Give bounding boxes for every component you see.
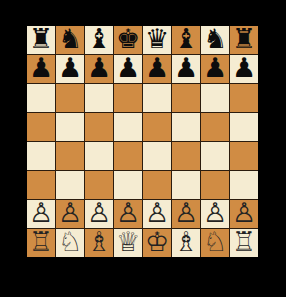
square-e2[interactable]: ♙ [143, 200, 171, 228]
piece-white-pawn[interactable]: ♙ [145, 200, 169, 227]
square-f2[interactable]: ♙ [172, 200, 200, 228]
piece-white-rook[interactable]: ♖ [232, 229, 256, 256]
piece-white-queen[interactable]: ♕ [116, 229, 140, 256]
piece-black-queen[interactable]: ♛ [145, 26, 169, 53]
square-b7[interactable]: ♟ [56, 55, 84, 83]
square-d1[interactable]: ♕ [114, 229, 142, 257]
piece-black-bishop[interactable]: ♝ [174, 26, 198, 53]
square-g5[interactable] [201, 113, 229, 141]
piece-white-bishop[interactable]: ♗ [174, 229, 198, 256]
square-c7[interactable]: ♟ [85, 55, 113, 83]
square-b4[interactable] [56, 142, 84, 170]
piece-black-pawn[interactable]: ♟ [116, 55, 140, 82]
piece-black-pawn[interactable]: ♟ [58, 55, 82, 82]
square-d7[interactable]: ♟ [114, 55, 142, 83]
piece-black-pawn[interactable]: ♟ [29, 55, 53, 82]
piece-black-pawn[interactable]: ♟ [174, 55, 198, 82]
piece-black-pawn[interactable]: ♟ [87, 55, 111, 82]
square-e1[interactable]: ♔ [143, 229, 171, 257]
square-f4[interactable] [172, 142, 200, 170]
piece-white-pawn[interactable]: ♙ [87, 200, 111, 227]
square-e3[interactable] [143, 171, 171, 199]
piece-white-pawn[interactable]: ♙ [29, 200, 53, 227]
piece-black-knight[interactable]: ♞ [58, 26, 82, 53]
square-a7[interactable]: ♟ [27, 55, 55, 83]
square-g2[interactable]: ♙ [201, 200, 229, 228]
piece-black-bishop[interactable]: ♝ [87, 26, 111, 53]
piece-white-pawn[interactable]: ♙ [203, 200, 227, 227]
piece-white-knight[interactable]: ♘ [203, 229, 227, 256]
square-a5[interactable] [27, 113, 55, 141]
square-b6[interactable] [56, 84, 84, 112]
square-h5[interactable] [230, 113, 258, 141]
square-a8[interactable]: ♜ [27, 26, 55, 54]
piece-black-rook[interactable]: ♜ [29, 26, 53, 53]
square-b8[interactable]: ♞ [56, 26, 84, 54]
square-f1[interactable]: ♗ [172, 229, 200, 257]
square-c8[interactable]: ♝ [85, 26, 113, 54]
square-g8[interactable]: ♞ [201, 26, 229, 54]
square-h8[interactable]: ♜ [230, 26, 258, 54]
square-d8[interactable]: ♚ [114, 26, 142, 54]
square-b5[interactable] [56, 113, 84, 141]
piece-white-rook[interactable]: ♖ [29, 229, 53, 256]
square-g3[interactable] [201, 171, 229, 199]
square-e7[interactable]: ♟ [143, 55, 171, 83]
square-c6[interactable] [85, 84, 113, 112]
square-h7[interactable]: ♟ [230, 55, 258, 83]
square-a2[interactable]: ♙ [27, 200, 55, 228]
chess-board: ♜♞♝♚♛♝♞♜♟♟♟♟♟♟♟♟♙♙♙♙♙♙♙♙♖♘♗♕♔♗♘♖ [25, 24, 260, 259]
square-g1[interactable]: ♘ [201, 229, 229, 257]
piece-white-pawn[interactable]: ♙ [116, 200, 140, 227]
square-h3[interactable] [230, 171, 258, 199]
piece-white-bishop[interactable]: ♗ [87, 229, 111, 256]
square-g4[interactable] [201, 142, 229, 170]
piece-black-pawn[interactable]: ♟ [232, 55, 256, 82]
piece-white-knight[interactable]: ♘ [58, 229, 82, 256]
square-d2[interactable]: ♙ [114, 200, 142, 228]
square-f6[interactable] [172, 84, 200, 112]
square-a1[interactable]: ♖ [27, 229, 55, 257]
square-a3[interactable] [27, 171, 55, 199]
app-background: ♜♞♝♚♛♝♞♜♟♟♟♟♟♟♟♟♙♙♙♙♙♙♙♙♖♘♗♕♔♗♘♖ [0, 0, 286, 297]
square-g6[interactable] [201, 84, 229, 112]
square-h6[interactable] [230, 84, 258, 112]
piece-white-pawn[interactable]: ♙ [58, 200, 82, 227]
square-c5[interactable] [85, 113, 113, 141]
square-d3[interactable] [114, 171, 142, 199]
piece-white-pawn[interactable]: ♙ [174, 200, 198, 227]
square-f7[interactable]: ♟ [172, 55, 200, 83]
square-d5[interactable] [114, 113, 142, 141]
square-a6[interactable] [27, 84, 55, 112]
square-b1[interactable]: ♘ [56, 229, 84, 257]
square-c2[interactable]: ♙ [85, 200, 113, 228]
square-c3[interactable] [85, 171, 113, 199]
square-g7[interactable]: ♟ [201, 55, 229, 83]
square-h2[interactable]: ♙ [230, 200, 258, 228]
square-b3[interactable] [56, 171, 84, 199]
square-e4[interactable] [143, 142, 171, 170]
square-e5[interactable] [143, 113, 171, 141]
piece-white-pawn[interactable]: ♙ [232, 200, 256, 227]
piece-white-king[interactable]: ♔ [145, 229, 169, 256]
square-c1[interactable]: ♗ [85, 229, 113, 257]
square-d4[interactable] [114, 142, 142, 170]
square-e6[interactable] [143, 84, 171, 112]
square-d6[interactable] [114, 84, 142, 112]
piece-black-rook[interactable]: ♜ [232, 26, 256, 53]
square-f8[interactable]: ♝ [172, 26, 200, 54]
piece-black-pawn[interactable]: ♟ [203, 55, 227, 82]
square-f5[interactable] [172, 113, 200, 141]
piece-black-knight[interactable]: ♞ [203, 26, 227, 53]
piece-black-king[interactable]: ♚ [116, 26, 140, 53]
square-b2[interactable]: ♙ [56, 200, 84, 228]
square-e8[interactable]: ♛ [143, 26, 171, 54]
piece-black-pawn[interactable]: ♟ [145, 55, 169, 82]
square-a4[interactable] [27, 142, 55, 170]
square-c4[interactable] [85, 142, 113, 170]
square-h4[interactable] [230, 142, 258, 170]
square-f3[interactable] [172, 171, 200, 199]
square-h1[interactable]: ♖ [230, 229, 258, 257]
